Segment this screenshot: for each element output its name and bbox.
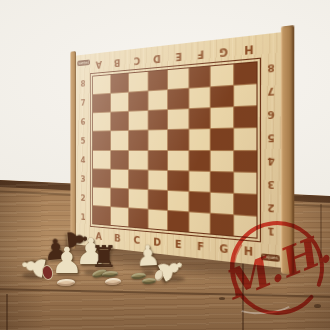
square-f1 <box>189 212 210 233</box>
file-label-bottom-g: G <box>212 242 236 260</box>
square-d8 <box>148 70 167 90</box>
wood-knot <box>219 297 225 300</box>
square-f7 <box>189 87 210 108</box>
square-b6 <box>111 112 128 131</box>
square-d2 <box>148 190 167 210</box>
square-g7 <box>211 86 233 107</box>
square-g3 <box>211 172 233 193</box>
rank-label-right-3: 3 <box>263 173 278 197</box>
square-c4 <box>129 150 147 169</box>
square-d1 <box>148 209 167 229</box>
square-a8 <box>93 75 110 94</box>
square-c5 <box>129 131 147 150</box>
square-c2 <box>129 189 147 208</box>
board-frame <box>90 58 261 243</box>
file-label-top-b: B <box>108 53 127 69</box>
rank-label-left-3: 3 <box>78 169 88 188</box>
square-h5 <box>234 129 257 150</box>
rank-label-right-6: 6 <box>263 103 278 127</box>
square-c6 <box>129 111 147 130</box>
square-h2 <box>234 194 257 216</box>
square-h4 <box>234 151 257 172</box>
square-h6 <box>234 106 257 127</box>
rank-label-right-1: 1 <box>263 219 278 244</box>
square-e7 <box>168 89 188 109</box>
square-e1 <box>168 211 188 232</box>
file-label-bottom-b: B <box>108 232 127 248</box>
square-d4 <box>148 150 167 169</box>
photo-scene: Jaques Jaques ABCDEFGH ABCDEFGH 87654321… <box>0 0 330 330</box>
square-b3 <box>111 169 128 188</box>
square-g4 <box>211 151 233 171</box>
square-f2 <box>189 192 210 213</box>
square-b1 <box>111 207 128 226</box>
file-label-bottom-h: H <box>236 244 261 263</box>
square-h7 <box>234 84 257 106</box>
square-c7 <box>129 92 147 111</box>
rank-label-left-5: 5 <box>78 131 88 150</box>
file-label-top-f: F <box>189 43 212 61</box>
square-b8 <box>111 74 128 93</box>
wood-knot <box>314 304 321 308</box>
file-label-top-a: A <box>90 55 108 71</box>
square-g6 <box>211 108 233 129</box>
square-f4 <box>189 151 210 171</box>
square-a3 <box>93 169 110 187</box>
square-h3 <box>234 172 257 193</box>
rank-label-left-1: 1 <box>78 207 88 227</box>
file-label-bottom-f: F <box>189 240 212 258</box>
square-a1 <box>93 206 110 225</box>
square-h8 <box>234 62 257 84</box>
rank-label-right-2: 2 <box>263 196 278 220</box>
square-g2 <box>211 193 233 214</box>
square-b5 <box>111 131 128 149</box>
board-right-rail <box>281 25 294 275</box>
square-a2 <box>93 187 110 206</box>
piece-shadow <box>161 276 185 282</box>
file-label-top-d: D <box>147 48 168 65</box>
rank-labels-left: 87654321 <box>78 73 88 226</box>
square-a7 <box>93 94 110 113</box>
square-c8 <box>129 72 147 92</box>
square-a6 <box>93 113 110 131</box>
file-label-top-c: C <box>127 50 147 67</box>
file-label-top-g: G <box>212 41 236 59</box>
file-label-bottom-d: D <box>147 236 168 253</box>
square-e8 <box>168 68 188 89</box>
square-e5 <box>168 130 188 150</box>
square-e6 <box>168 109 188 129</box>
file-label-bottom-e: E <box>168 238 190 255</box>
square-f8 <box>189 66 210 87</box>
rank-label-right-7: 7 <box>263 80 278 104</box>
rank-labels-right: 87654321 <box>263 56 278 244</box>
file-label-top-e: E <box>168 46 190 63</box>
plank-gap <box>320 204 322 258</box>
square-g8 <box>211 64 233 86</box>
square-e2 <box>168 191 188 211</box>
square-d7 <box>148 90 167 110</box>
square-a4 <box>93 150 110 168</box>
square-c3 <box>129 170 147 189</box>
file-label-top-h: H <box>236 38 261 57</box>
square-e3 <box>168 171 188 191</box>
square-d6 <box>148 110 167 130</box>
square-g1 <box>211 214 233 236</box>
chess-board: Jaques Jaques ABCDEFGH ABCDEFGH 87654321… <box>70 31 294 269</box>
rank-label-left-2: 2 <box>78 188 88 208</box>
square-f6 <box>189 108 210 128</box>
board-grid <box>92 61 257 239</box>
rank-label-right-4: 4 <box>263 150 278 173</box>
rank-label-left-6: 6 <box>78 112 88 131</box>
square-b4 <box>111 150 128 168</box>
rank-label-right-5: 5 <box>263 127 278 150</box>
rank-label-right-8: 8 <box>263 56 278 81</box>
square-f5 <box>189 130 210 150</box>
square-h1 <box>234 215 257 237</box>
rank-label-left-7: 7 <box>78 93 88 113</box>
square-a5 <box>93 132 110 150</box>
square-d5 <box>148 130 167 149</box>
square-e4 <box>168 150 188 170</box>
square-b7 <box>111 93 128 112</box>
rank-label-left-4: 4 <box>78 150 88 169</box>
board-face: Jaques Jaques ABCDEFGH ABCDEFGH 87654321… <box>76 32 281 267</box>
square-b2 <box>111 188 128 207</box>
square-d3 <box>148 170 167 190</box>
square-g5 <box>211 129 233 149</box>
plank-gap <box>6 294 8 330</box>
square-f3 <box>189 171 210 191</box>
rank-label-left-8: 8 <box>78 73 88 93</box>
file-label-bottom-a: A <box>90 230 108 246</box>
file-label-bottom-c: C <box>127 234 147 251</box>
square-c1 <box>129 208 147 228</box>
